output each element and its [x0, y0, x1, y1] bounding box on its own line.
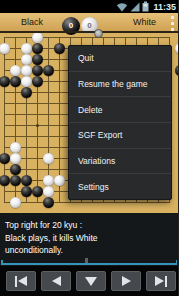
- nav-bar: [0, 266, 178, 296]
- black-stone[interactable]: [54, 43, 65, 54]
- wifi-icon: [116, 2, 128, 12]
- info-line-2: Black plays, it kills White: [5, 232, 178, 245]
- white-stone[interactable]: [54, 175, 65, 186]
- black-stone[interactable]: [21, 186, 32, 197]
- white-stone[interactable]: [0, 43, 10, 54]
- seekbar-thumb[interactable]: [85, 258, 89, 263]
- black-stone[interactable]: [0, 153, 10, 164]
- phone-screen: 11:35 Black 0 0 White Quit Resume the ga…: [0, 0, 178, 296]
- last-move-button[interactable]: [146, 271, 176, 291]
- white-stone[interactable]: [10, 153, 21, 164]
- black-stone[interactable]: [21, 175, 32, 186]
- nav-down-button[interactable]: [76, 271, 106, 291]
- menu-item-settings[interactable]: Settings: [69, 173, 171, 199]
- info-line-1: Top right for 20 kyu :: [5, 219, 178, 232]
- white-stone[interactable]: [175, 43, 179, 54]
- white-stone[interactable]: [21, 65, 32, 76]
- black-stone[interactable]: [32, 54, 43, 65]
- black-stone[interactable]: [32, 186, 43, 197]
- black-stone[interactable]: [32, 76, 43, 87]
- black-stone[interactable]: [175, 65, 179, 76]
- white-stone[interactable]: [21, 76, 32, 87]
- white-stone[interactable]: [43, 175, 54, 186]
- info-line-3: unconditionally.: [5, 244, 178, 257]
- black-stone[interactable]: [0, 175, 10, 186]
- menu-item-variations[interactable]: Variations: [69, 148, 171, 174]
- menu-item-quit[interactable]: Quit: [69, 46, 171, 71]
- left-triangle-icon: [52, 276, 61, 286]
- right-triangle-icon: [155, 276, 164, 286]
- black-player-label: Black: [21, 17, 43, 27]
- battery-icon: [142, 1, 149, 12]
- grid-line: [4, 37, 170, 38]
- skip-to-start-icon: [15, 276, 18, 287]
- black-stone[interactable]: [32, 65, 43, 76]
- progress-slider-thumb[interactable]: [94, 29, 103, 38]
- move-seekbar[interactable]: [1, 263, 177, 265]
- white-stone[interactable]: [21, 54, 32, 65]
- black-stone[interactable]: [10, 175, 21, 186]
- status-icons: 11:35: [116, 0, 176, 13]
- white-stone[interactable]: [10, 142, 21, 153]
- previous-move-button[interactable]: [41, 271, 71, 291]
- white-captures-count: 0: [87, 21, 91, 30]
- star-point: [36, 124, 39, 127]
- grid-line: [4, 202, 170, 203]
- next-move-button[interactable]: [111, 271, 141, 291]
- black-stone[interactable]: [10, 164, 21, 175]
- black-stone[interactable]: [43, 197, 54, 208]
- signal-icon: [130, 2, 140, 12]
- seekbar-start-tick: [1, 260, 3, 264]
- problem-info: Top right for 20 kyu : Black plays, it k…: [0, 213, 178, 266]
- context-menu: Quit Resume the game Delete SGF Export V…: [68, 45, 172, 200]
- progress-slider[interactable]: [0, 31, 178, 33]
- white-stone[interactable]: [32, 33, 43, 43]
- down-arrow-icon: [85, 277, 97, 286]
- seekbar-end-tick: [176, 260, 178, 264]
- black-stone[interactable]: [43, 65, 54, 76]
- white-stone[interactable]: [10, 197, 21, 208]
- right-triangle-icon: [122, 276, 131, 286]
- menu-item-sgf-export[interactable]: SGF Export: [69, 122, 171, 148]
- white-stone[interactable]: [21, 43, 32, 54]
- first-move-button[interactable]: [6, 271, 36, 291]
- black-stone[interactable]: [0, 76, 10, 87]
- clock: 11:35: [151, 2, 176, 12]
- menu-item-delete[interactable]: Delete: [69, 96, 171, 122]
- black-stone[interactable]: [10, 76, 21, 87]
- black-stone[interactable]: [21, 87, 32, 98]
- white-stone[interactable]: [43, 186, 54, 197]
- skip-to-end-icon: [165, 276, 168, 287]
- white-stone[interactable]: [10, 65, 21, 76]
- status-bar: 11:35: [0, 0, 178, 13]
- white-stone[interactable]: [43, 153, 54, 164]
- overflow-menu-icon[interactable]: [169, 15, 175, 32]
- menu-item-resume[interactable]: Resume the game: [69, 71, 171, 97]
- game-header: Black 0 0 White: [0, 13, 178, 32]
- black-stone[interactable]: [32, 43, 43, 54]
- white-player-label: White: [133, 17, 156, 27]
- left-triangle-icon: [18, 276, 27, 286]
- black-captures-count: 0: [69, 21, 73, 30]
